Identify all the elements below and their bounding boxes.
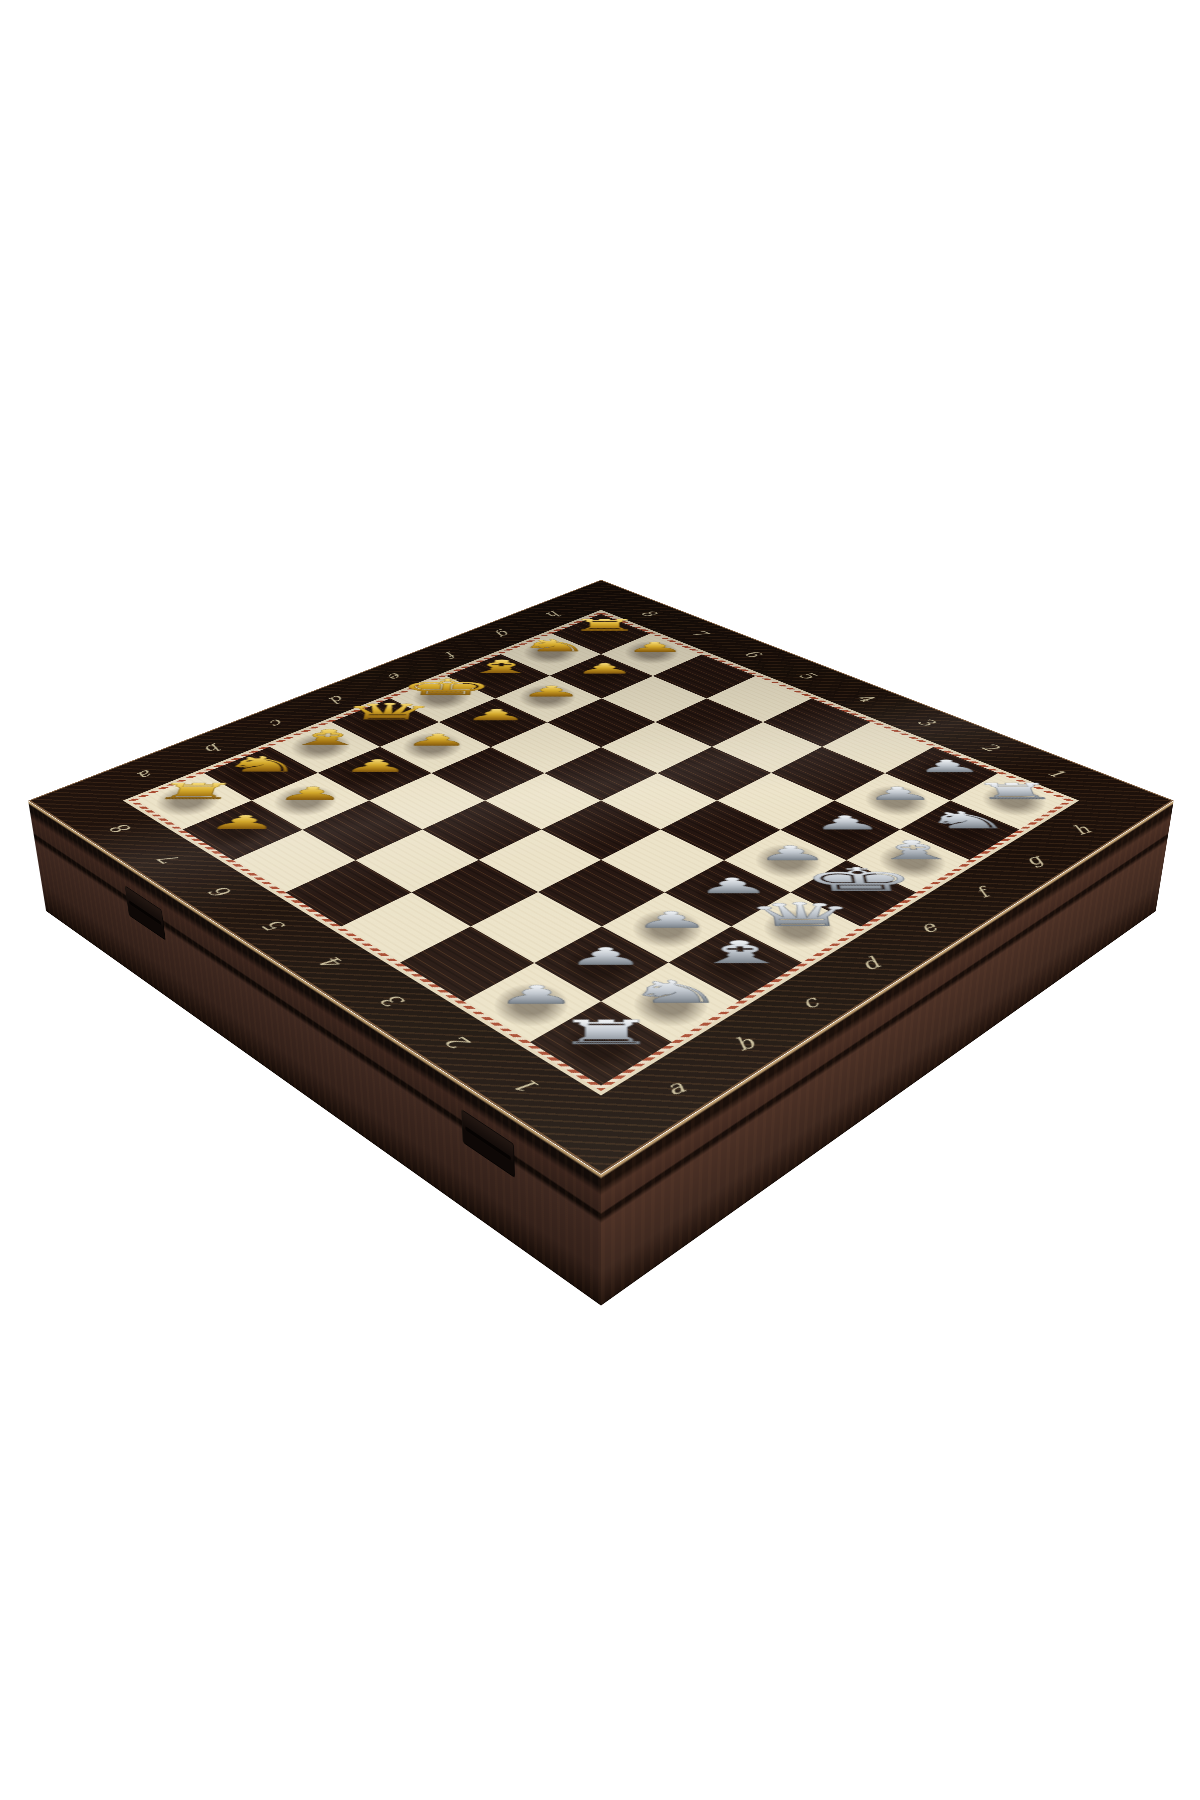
chess-board: abcdefgh abcdefgh 87654321 87654321 ♜♞♝♛…	[28, 580, 1174, 1174]
piece-silver-queen-d1[interactable]: ♛	[743, 898, 862, 931]
piece-gold-knight-b8[interactable]: ♞	[217, 754, 307, 775]
piece-gold-queen-d8[interactable]: ♛	[338, 700, 437, 723]
piece-gold-bishop-c8[interactable]: ♝	[281, 727, 373, 748]
piece-gold-pawn-g7[interactable]: ♟	[574, 662, 636, 676]
piece-silver-rook-h1[interactable]: ♜	[969, 780, 1063, 802]
piece-silver-pawn-b2[interactable]: ♟	[566, 944, 647, 968]
piece-gold-pawn-e7[interactable]: ♟	[463, 707, 529, 723]
piece-silver-rook-a1[interactable]: ♜	[553, 1016, 659, 1049]
hinge	[125, 885, 166, 940]
piece-gold-rook-a8[interactable]: ♜	[148, 780, 242, 802]
piece-silver-pawn-c2[interactable]: ♟	[632, 909, 711, 932]
piece-gold-bishop-f8[interactable]: ♝	[460, 657, 542, 675]
piece-silver-bishop-c1[interactable]: ♝	[687, 937, 795, 968]
piece-gold-pawn-d7[interactable]: ♟	[403, 732, 472, 748]
piece-silver-pawn-g2[interactable]: ♟	[862, 785, 937, 803]
piece-silver-knight-b1[interactable]: ♞	[625, 976, 728, 1007]
piece-gold-pawn-c7[interactable]: ♟	[340, 757, 411, 774]
piece-silver-pawn-h2[interactable]: ♟	[912, 757, 985, 774]
piece-gold-king-e8[interactable]: ♚	[396, 676, 496, 699]
piece-silver-king-e1[interactable]: ♚	[799, 864, 922, 896]
piece-silver-pawn-a2[interactable]: ♟	[494, 982, 578, 1008]
piece-gold-pawn-b7[interactable]: ♟	[274, 785, 348, 803]
piece-silver-knight-g1[interactable]: ♞	[919, 809, 1014, 832]
piece-gold-pawn-h7[interactable]: ♟	[625, 640, 686, 653]
hinge	[461, 1109, 515, 1178]
piece-silver-pawn-d2[interactable]: ♟	[694, 875, 772, 896]
piece-silver-bishop-f1[interactable]: ♝	[863, 837, 966, 863]
piece-silver-pawn-f2[interactable]: ♟	[809, 813, 885, 832]
piece-gold-pawn-f7[interactable]: ♟	[520, 684, 584, 699]
piece-gold-knight-g8[interactable]: ♞	[516, 637, 591, 654]
piece-gold-pawn-a7[interactable]: ♟	[205, 813, 283, 832]
product-photo-scene: abcdefgh abcdefgh 87654321 87654321 ♜♞♝♛…	[0, 0, 1200, 1800]
piece-gold-rook-h8[interactable]: ♜	[568, 617, 641, 633]
